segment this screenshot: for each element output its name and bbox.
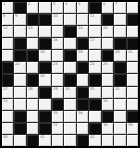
cell[interactable]: 31 [89, 87, 100, 98]
cell[interactable] [27, 38, 38, 49]
cell[interactable] [64, 38, 75, 49]
block-cell [52, 99, 63, 110]
cell[interactable]: 35 [52, 111, 63, 122]
clue-number: 31 [90, 87, 95, 91]
block-cell [14, 123, 25, 134]
clue-number: 10 [53, 14, 58, 18]
cell[interactable]: 1 [2, 2, 13, 13]
cell[interactable] [102, 87, 113, 98]
cell[interactable] [14, 74, 25, 85]
cell[interactable] [127, 26, 138, 37]
cell[interactable]: 16 [52, 38, 63, 49]
clue-number: 23 [53, 62, 58, 66]
block-cell [77, 38, 88, 49]
cell[interactable] [2, 111, 13, 122]
block-cell [102, 111, 113, 122]
clue-number: 25 [103, 62, 108, 66]
cell[interactable] [39, 26, 50, 37]
cell[interactable] [14, 135, 25, 146]
cell[interactable]: 9 [14, 14, 25, 25]
clue-number: 21 [128, 50, 133, 54]
cell[interactable]: 40 [2, 135, 13, 146]
clue-number: 34 [103, 99, 108, 103]
cell[interactable] [89, 26, 100, 37]
clue-number: 22 [15, 62, 20, 66]
clue-number: 32 [115, 87, 120, 91]
clue-number: 41 [40, 135, 45, 139]
cell[interactable] [114, 111, 125, 122]
clue-number: 17 [90, 38, 95, 42]
clue-number: 7 [115, 2, 117, 6]
block-cell [64, 50, 75, 61]
cell[interactable] [127, 135, 138, 146]
clue-number: 4 [65, 2, 67, 6]
cell[interactable]: 7 [114, 2, 125, 13]
block-cell [27, 50, 38, 61]
cell[interactable] [102, 38, 113, 49]
clue-number: 15 [103, 26, 108, 30]
cell[interactable] [89, 50, 100, 61]
block-cell [114, 38, 125, 49]
block-cell [14, 50, 25, 61]
block-cell [39, 123, 50, 134]
clue-number: 11 [90, 14, 95, 18]
block-cell [39, 38, 50, 49]
clue-number: 14 [78, 26, 83, 30]
clue-number: 9 [15, 14, 17, 18]
block-cell [39, 87, 50, 98]
clue-number: 13 [28, 26, 33, 30]
cell[interactable] [114, 123, 125, 134]
clue-number: 30 [65, 87, 70, 91]
block-cell [114, 62, 125, 73]
cell[interactable]: 36 [77, 111, 88, 122]
cell[interactable]: 32 [114, 87, 125, 98]
cell[interactable] [27, 111, 38, 122]
clue-number: 1 [3, 2, 5, 6]
cell[interactable]: 34 [102, 99, 113, 110]
block-cell [77, 62, 88, 73]
cell[interactable]: 6 [102, 2, 113, 13]
cell[interactable]: 19 [77, 50, 88, 61]
block-cell [27, 135, 38, 146]
block-cell [39, 14, 50, 25]
cell[interactable]: 42 [89, 135, 100, 146]
clue-number: 8 [3, 14, 5, 18]
cell[interactable] [27, 99, 38, 110]
cell[interactable]: 37 [52, 123, 63, 134]
cell[interactable]: 21 [127, 50, 138, 61]
cell[interactable]: 17 [89, 38, 100, 49]
clue-number: 29 [53, 87, 58, 91]
cell[interactable]: 24 [89, 62, 100, 73]
cell[interactable]: 26 [39, 74, 50, 85]
cell[interactable] [127, 74, 138, 85]
cell[interactable] [52, 50, 63, 61]
cell[interactable]: 15 [102, 26, 113, 37]
cell[interactable]: 25 [102, 62, 113, 73]
cell[interactable]: 29 [52, 87, 63, 98]
cell[interactable]: 12 [2, 26, 13, 37]
cell[interactable] [102, 135, 113, 146]
block-cell [39, 62, 50, 73]
cell[interactable] [114, 14, 125, 25]
cell[interactable]: 33 [2, 99, 13, 110]
cell[interactable] [52, 26, 63, 37]
cell[interactable] [114, 99, 125, 110]
cell[interactable]: 18 [39, 50, 50, 61]
cell[interactable]: 22 [14, 62, 25, 73]
block-cell [64, 26, 75, 37]
cell[interactable] [14, 26, 25, 37]
block-cell [2, 62, 13, 73]
block-cell [89, 123, 100, 134]
block-cell [114, 74, 125, 85]
cell[interactable] [64, 62, 75, 73]
cell[interactable] [127, 2, 138, 13]
cell[interactable] [2, 123, 13, 134]
block-cell [127, 111, 138, 122]
clue-number: 19 [78, 50, 83, 54]
cell[interactable]: 39 [127, 123, 138, 134]
cell[interactable]: 20 [114, 50, 125, 61]
cell[interactable] [39, 2, 50, 13]
clue-number: 27 [3, 87, 8, 91]
cell[interactable]: 14 [77, 26, 88, 37]
cell[interactable] [77, 14, 88, 25]
clue-number: 39 [128, 123, 133, 127]
cell[interactable] [77, 74, 88, 85]
clue-number: 36 [78, 111, 83, 115]
cell[interactable] [27, 62, 38, 73]
cell[interactable] [64, 14, 75, 25]
clue-number: 37 [53, 123, 58, 127]
block-cell [89, 99, 100, 110]
cell[interactable]: 2 [27, 2, 38, 13]
cell[interactable] [77, 123, 88, 134]
clue-number: 35 [53, 111, 58, 115]
clue-number: 28 [28, 87, 33, 91]
block-cell [127, 14, 138, 25]
clue-number: 20 [115, 50, 120, 54]
cell[interactable]: 30 [64, 87, 75, 98]
cell[interactable] [64, 135, 75, 146]
clue-number: 42 [90, 135, 95, 139]
clue-number: 18 [40, 50, 45, 54]
cell[interactable] [89, 111, 100, 122]
clue-number: 38 [103, 123, 108, 127]
cell[interactable]: 27 [2, 87, 13, 98]
block-cell [77, 87, 88, 98]
clue-number: 24 [90, 62, 95, 66]
block-cell [2, 74, 13, 85]
block-cell [27, 14, 38, 25]
cell[interactable] [64, 99, 75, 110]
cell[interactable]: 11 [89, 14, 100, 25]
cell[interactable]: 28 [27, 87, 38, 98]
cell[interactable]: 41 [39, 135, 50, 146]
clue-number: 26 [40, 74, 45, 78]
clue-number: 5 [78, 2, 80, 6]
cell[interactable]: 10 [52, 14, 63, 25]
cell[interactable] [27, 123, 38, 134]
clue-number: 6 [103, 2, 105, 6]
cell[interactable] [114, 26, 125, 37]
block-cell [77, 99, 88, 110]
cell[interactable] [127, 87, 138, 98]
block-cell [102, 14, 113, 25]
cell[interactable]: 38 [102, 123, 113, 134]
cell[interactable] [114, 135, 125, 146]
cell[interactable] [39, 99, 50, 110]
crossword-grid: 1234567891011121314151617181920212223242… [0, 0, 140, 148]
block-cell [14, 2, 25, 13]
block-cell [89, 2, 100, 13]
cell[interactable] [14, 87, 25, 98]
block-cell [39, 111, 50, 122]
clue-number: 16 [53, 38, 58, 42]
block-cell [14, 38, 25, 49]
clue-number: 12 [3, 26, 8, 30]
block-cell [102, 50, 113, 61]
cell[interactable]: 3 [52, 2, 63, 13]
block-cell [14, 111, 25, 122]
clue-number: 40 [3, 135, 8, 139]
cell[interactable] [2, 38, 13, 49]
cell[interactable]: 23 [52, 62, 63, 73]
clue-number: 2 [28, 2, 30, 6]
block-cell [27, 74, 38, 85]
cell[interactable] [102, 74, 113, 85]
cell[interactable] [52, 135, 63, 146]
cell[interactable] [52, 74, 63, 85]
cell[interactable]: 5 [77, 2, 88, 13]
block-cell [77, 135, 88, 146]
block-cell [64, 74, 75, 85]
cell[interactable] [14, 99, 25, 110]
cell[interactable] [64, 123, 75, 134]
cell[interactable] [127, 99, 138, 110]
cell[interactable] [127, 62, 138, 73]
clue-number: 33 [3, 99, 8, 103]
cell[interactable] [64, 111, 75, 122]
block-cell [127, 38, 138, 49]
block-cell [89, 74, 100, 85]
cell[interactable] [2, 50, 13, 61]
cell[interactable]: 4 [64, 2, 75, 13]
clue-number: 3 [53, 2, 55, 6]
cell[interactable]: 8 [2, 14, 13, 25]
cell[interactable]: 13 [27, 26, 38, 37]
